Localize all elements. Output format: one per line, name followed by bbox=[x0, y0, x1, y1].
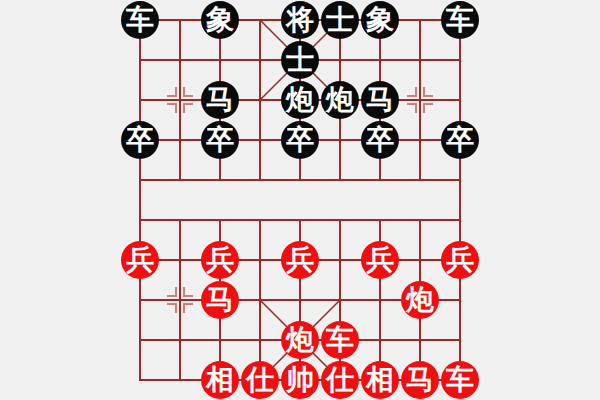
piece-red-soldier[interactable]: 兵 bbox=[121, 241, 159, 279]
piece-red-soldier[interactable]: 兵 bbox=[201, 241, 239, 279]
piece-black-chariot[interactable]: 车 bbox=[441, 1, 479, 39]
piece-black-soldier[interactable]: 卒 bbox=[121, 121, 159, 159]
piece-red-soldier[interactable]: 兵 bbox=[281, 241, 319, 279]
piece-red-cannon[interactable]: 炮 bbox=[401, 281, 439, 319]
piece-black-soldier[interactable]: 卒 bbox=[361, 121, 399, 159]
piece-black-advisor[interactable]: 士 bbox=[321, 1, 359, 39]
piece-red-advisor[interactable]: 仕 bbox=[321, 361, 359, 399]
piece-black-soldier[interactable]: 卒 bbox=[201, 121, 239, 159]
xiangqi-board[interactable]: 车象将士象车士马炮炮马卒卒卒卒卒兵兵兵兵兵马炮炮车相仕帅仕相马车 bbox=[0, 0, 600, 400]
piece-black-soldier[interactable]: 卒 bbox=[441, 121, 479, 159]
piece-black-soldier[interactable]: 卒 bbox=[281, 121, 319, 159]
piece-red-elephant[interactable]: 相 bbox=[361, 361, 399, 399]
piece-black-cannon[interactable]: 炮 bbox=[321, 81, 359, 119]
piece-black-horse[interactable]: 马 bbox=[361, 81, 399, 119]
piece-black-cannon[interactable]: 炮 bbox=[281, 81, 319, 119]
piece-black-advisor[interactable]: 士 bbox=[281, 41, 319, 79]
piece-black-elephant[interactable]: 象 bbox=[201, 1, 239, 39]
piece-black-general[interactable]: 将 bbox=[281, 1, 319, 39]
piece-black-horse[interactable]: 马 bbox=[201, 81, 239, 119]
piece-red-soldier[interactable]: 兵 bbox=[441, 241, 479, 279]
piece-red-horse[interactable]: 马 bbox=[201, 281, 239, 319]
piece-black-chariot[interactable]: 车 bbox=[121, 1, 159, 39]
piece-red-chariot[interactable]: 车 bbox=[441, 361, 479, 399]
piece-red-general[interactable]: 帅 bbox=[281, 361, 319, 399]
piece-red-cannon[interactable]: 炮 bbox=[281, 321, 319, 359]
piece-black-elephant[interactable]: 象 bbox=[361, 1, 399, 39]
piece-red-horse[interactable]: 马 bbox=[401, 361, 439, 399]
piece-red-advisor[interactable]: 仕 bbox=[241, 361, 279, 399]
piece-red-soldier[interactable]: 兵 bbox=[361, 241, 399, 279]
piece-red-chariot[interactable]: 车 bbox=[321, 321, 359, 359]
piece-red-elephant[interactable]: 相 bbox=[201, 361, 239, 399]
